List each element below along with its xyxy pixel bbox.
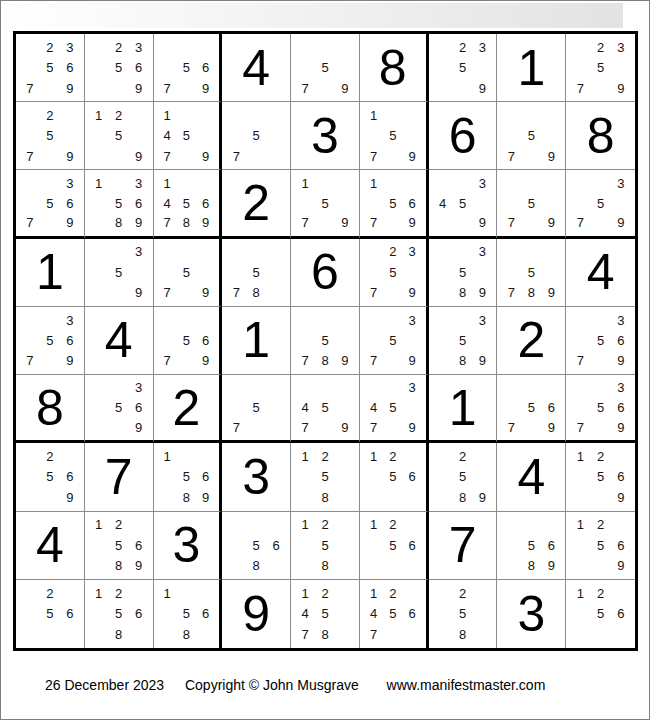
candidate-empty [570, 310, 590, 330]
candidate-empty [20, 330, 40, 350]
candidate-1: 1 [570, 515, 590, 535]
candidate-empty [541, 193, 561, 213]
cell-r7c4: 3 [222, 443, 291, 511]
candidate-empty [335, 446, 355, 466]
candidate-empty [246, 418, 266, 438]
given-digit: 7 [429, 512, 497, 579]
candidate-5: 5 [177, 604, 196, 625]
candidate-9: 9 [129, 282, 149, 302]
candidate-9: 9 [541, 418, 561, 438]
footer-date: 26 December 2023 [45, 677, 164, 693]
cell-r4c6: 23579 [360, 239, 429, 307]
given-digit: 3 [291, 102, 359, 169]
candidate-6: 6 [611, 398, 631, 418]
candidate-6: 6 [129, 193, 149, 213]
candidate-empty [473, 57, 493, 77]
cell-r1c9: 23579 [566, 34, 635, 102]
cell-r6c6: 34579 [360, 375, 429, 443]
candidate-8: 8 [521, 282, 541, 302]
candidate-8: 8 [315, 624, 335, 645]
candidate-empty [433, 604, 453, 625]
candidate-empty [521, 418, 541, 438]
candidate-9: 9 [196, 487, 215, 507]
candidate-empty [433, 173, 453, 193]
candidate-9: 9 [611, 351, 631, 371]
candidate-7: 7 [501, 282, 521, 302]
candidate-7: 7 [20, 146, 40, 166]
candidate-empty [473, 467, 493, 487]
candidate-empty [570, 398, 590, 418]
candidate-empty [196, 126, 215, 146]
candidate-empty [570, 467, 590, 487]
cell-r5c7: 3589 [429, 307, 498, 375]
candidate-empty [20, 126, 40, 146]
candidate-empty [501, 193, 521, 213]
candidate-empty [433, 310, 453, 330]
candidate-8: 8 [177, 213, 196, 233]
given-digit: 4 [566, 239, 635, 306]
candidate-empty [177, 37, 196, 57]
candidate-empty [611, 583, 631, 604]
candidate-empty [402, 173, 421, 193]
candidate-5: 5 [383, 604, 402, 625]
cell-r2c1: 2579 [16, 102, 85, 170]
candidate-7: 7 [226, 418, 246, 438]
candidate-empty [109, 378, 129, 398]
candidate-empty [433, 446, 453, 466]
candidate-empty [570, 555, 590, 575]
candidate-empty [89, 242, 109, 262]
footer-copyright: Copyright © John Musgrave [185, 677, 359, 693]
candidate-2: 2 [40, 583, 60, 604]
candidate-empty [590, 487, 610, 507]
cell-r7c3: 15689 [154, 443, 223, 511]
candidate-7: 7 [20, 351, 40, 371]
candidate-empty [611, 624, 631, 645]
candidate-9: 9 [402, 351, 421, 371]
cell-r1c4: 4 [222, 34, 291, 102]
candidate-6: 6 [541, 398, 561, 418]
candidate-empty [521, 213, 541, 233]
candidate-grid: 124578 [291, 580, 359, 648]
candidate-empty [433, 262, 453, 282]
candidate-empty [266, 378, 286, 398]
candidate-empty [364, 487, 383, 507]
candidate-6: 6 [129, 535, 149, 555]
candidate-5: 5 [40, 126, 60, 146]
candidate-6: 6 [611, 535, 631, 555]
candidate-9: 9 [335, 213, 355, 233]
candidate-5: 5 [383, 467, 402, 487]
candidate-9: 9 [60, 146, 80, 166]
candidate-5: 5 [383, 126, 402, 146]
candidate-9: 9 [196, 146, 215, 166]
candidate-empty [433, 242, 453, 262]
candidate-empty [453, 173, 473, 193]
candidate-empty [402, 446, 421, 466]
cell-r1c3: 5679 [154, 34, 223, 102]
candidate-grid: 14579 [154, 102, 220, 169]
candidate-empty [570, 37, 590, 57]
given-digit: 2 [222, 170, 290, 235]
candidate-5: 5 [315, 604, 335, 625]
candidate-9: 9 [60, 78, 80, 98]
candidate-3: 3 [402, 242, 421, 262]
candidate-5: 5 [521, 126, 541, 146]
candidate-grid: 1456789 [154, 170, 220, 235]
candidate-9: 9 [473, 78, 493, 98]
candidate-empty [89, 146, 109, 166]
candidate-empty [335, 487, 355, 507]
candidate-6: 6 [196, 193, 215, 213]
candidate-7: 7 [570, 213, 590, 233]
given-digit: 4 [16, 512, 84, 579]
candidate-grid: 5789 [497, 239, 565, 306]
cell-r7c7: 2589 [429, 443, 498, 511]
candidate-empty [570, 57, 590, 77]
footer-website: www.manifestmaster.com [387, 677, 546, 693]
candidate-empty [501, 555, 521, 575]
cell-r1c1: 235679 [16, 34, 85, 102]
candidate-2: 2 [315, 515, 335, 535]
candidate-grid: 2359 [429, 34, 497, 101]
candidate-5: 5 [521, 262, 541, 282]
candidate-empty [109, 173, 129, 193]
candidate-9: 9 [402, 213, 421, 233]
cell-r2c9: 8 [566, 102, 635, 170]
candidate-empty [89, 126, 109, 146]
cell-r4c7: 3589 [429, 239, 498, 307]
candidate-empty [89, 418, 109, 438]
candidate-empty [590, 378, 610, 398]
candidate-empty [570, 535, 590, 555]
candidate-grid: 1256 [360, 512, 426, 579]
candidate-empty [40, 173, 60, 193]
candidate-empty [89, 535, 109, 555]
candidate-empty [335, 583, 355, 604]
candidate-empty [89, 604, 109, 625]
candidate-6: 6 [196, 467, 215, 487]
candidate-7: 7 [295, 78, 315, 98]
candidate-5: 5 [246, 535, 266, 555]
candidate-empty [335, 193, 355, 213]
candidate-1: 1 [89, 515, 109, 535]
candidate-8: 8 [315, 487, 335, 507]
candidate-1: 1 [295, 515, 315, 535]
candidate-grid: 1258 [291, 512, 359, 579]
candidate-empty [541, 378, 561, 398]
candidate-4: 4 [295, 604, 315, 625]
candidate-empty [295, 57, 315, 77]
candidate-grid: 256 [16, 580, 84, 648]
candidate-grid: 15679 [360, 170, 426, 235]
candidate-2: 2 [109, 583, 129, 604]
candidate-6: 6 [402, 467, 421, 487]
candidate-1: 1 [364, 583, 383, 604]
candidate-3: 3 [611, 37, 631, 57]
cell-r9c8: 3 [497, 580, 566, 648]
candidate-empty [383, 105, 402, 125]
candidate-3: 3 [129, 378, 149, 398]
candidate-7: 7 [501, 213, 521, 233]
candidate-grid: 12568 [85, 580, 153, 648]
candidate-empty [177, 173, 196, 193]
candidate-9: 9 [541, 555, 561, 575]
given-digit: 1 [222, 307, 290, 374]
candidate-empty [473, 193, 493, 213]
candidate-empty [295, 330, 315, 350]
cell-r7c8: 4 [497, 443, 566, 511]
candidate-grid: 1256 [566, 580, 635, 648]
candidate-empty [129, 262, 149, 282]
candidate-empty [590, 173, 610, 193]
cell-r6c9: 35679 [566, 375, 635, 443]
cell-r8c6: 1256 [360, 512, 429, 580]
candidate-empty [402, 624, 421, 645]
candidate-2: 2 [315, 446, 335, 466]
candidate-2: 2 [40, 37, 60, 57]
candidate-empty [335, 378, 355, 398]
given-digit: 2 [497, 307, 565, 374]
candidate-1: 1 [364, 515, 383, 535]
candidate-empty [541, 515, 561, 535]
cell-r5c9: 35679 [566, 307, 635, 375]
candidate-6: 6 [266, 535, 286, 555]
candidate-empty [541, 173, 561, 193]
cell-r9c9: 1256 [566, 580, 635, 648]
candidate-grid: 3579 [566, 170, 635, 235]
candidate-grid: 2579 [16, 102, 84, 169]
given-digit: 6 [291, 239, 359, 306]
candidate-empty [109, 146, 129, 166]
cell-r2c2: 1259 [85, 102, 154, 170]
candidate-empty [20, 583, 40, 604]
cell-r6c8: 5679 [497, 375, 566, 443]
candidate-empty [196, 37, 215, 57]
cell-r4c4: 578 [222, 239, 291, 307]
candidate-8: 8 [177, 487, 196, 507]
candidate-empty [501, 262, 521, 282]
cell-r2c5: 3 [291, 102, 360, 170]
candidate-5: 5 [177, 262, 196, 282]
candidate-empty [20, 487, 40, 507]
candidate-7: 7 [158, 78, 177, 98]
candidate-empty [89, 57, 109, 77]
candidate-empty [521, 242, 541, 262]
candidate-empty [383, 351, 402, 371]
candidate-empty [177, 583, 196, 604]
cell-r6c1: 8 [16, 375, 85, 443]
candidate-empty [158, 330, 177, 350]
candidate-3: 3 [611, 310, 631, 330]
candidate-empty [20, 193, 40, 213]
candidate-4: 4 [364, 398, 383, 418]
cell-r9c6: 124567 [360, 580, 429, 648]
candidate-empty [335, 173, 355, 193]
candidate-2: 2 [109, 515, 129, 535]
candidate-empty [196, 262, 215, 282]
candidate-empty [158, 57, 177, 77]
candidate-empty [570, 173, 590, 193]
given-digit: 6 [429, 102, 497, 169]
candidate-empty [383, 146, 402, 166]
cell-r6c5: 4579 [291, 375, 360, 443]
candidate-5: 5 [590, 193, 610, 213]
candidate-7: 7 [158, 213, 177, 233]
candidate-empty [295, 467, 315, 487]
candidate-empty [501, 515, 521, 535]
candidate-empty [196, 310, 215, 330]
candidate-5: 5 [40, 467, 60, 487]
candidate-empty [196, 173, 215, 193]
cell-r1c7: 2359 [429, 34, 498, 102]
candidate-5: 5 [453, 467, 473, 487]
candidate-3: 3 [60, 37, 80, 57]
cell-r8c5: 1258 [291, 512, 360, 580]
candidate-7: 7 [364, 624, 383, 645]
candidate-1: 1 [158, 583, 177, 604]
candidate-3: 3 [402, 310, 421, 330]
given-digit: 1 [16, 239, 84, 306]
candidate-5: 5 [315, 330, 335, 350]
candidate-8: 8 [453, 282, 473, 302]
cell-r1c8: 1 [497, 34, 566, 102]
candidate-empty [433, 57, 453, 77]
candidate-2: 2 [40, 446, 60, 466]
candidate-grid: 12569 [566, 443, 635, 510]
candidate-empty [158, 467, 177, 487]
candidate-empty [315, 310, 335, 330]
candidate-5: 5 [315, 57, 335, 77]
candidate-9: 9 [60, 487, 80, 507]
candidate-empty [177, 146, 196, 166]
candidate-empty [473, 330, 493, 350]
candidate-3: 3 [611, 378, 631, 398]
cell-r9c1: 256 [16, 580, 85, 648]
given-digit: 1 [429, 375, 497, 440]
cell-r8c4: 568 [222, 512, 291, 580]
candidate-empty [266, 126, 286, 146]
candidate-6: 6 [60, 604, 80, 625]
cell-r2c6: 1579 [360, 102, 429, 170]
candidate-empty [611, 57, 631, 77]
candidate-5: 5 [40, 57, 60, 77]
candidate-5: 5 [590, 57, 610, 77]
candidate-empty [226, 378, 246, 398]
given-digit: 4 [497, 443, 565, 510]
candidate-empty [364, 378, 383, 398]
sudoku-board: 2356792356956794579823591235792579125914… [13, 31, 638, 651]
candidate-empty [40, 624, 60, 645]
candidate-empty [20, 37, 40, 57]
candidate-5: 5 [590, 398, 610, 418]
candidate-9: 9 [335, 351, 355, 371]
candidate-5: 5 [109, 126, 129, 146]
candidate-empty [501, 126, 521, 146]
cell-r6c2: 3569 [85, 375, 154, 443]
candidate-grid: 135689 [85, 170, 153, 235]
cell-r1c6: 8 [360, 34, 429, 102]
candidate-empty [196, 624, 215, 645]
candidate-empty [402, 555, 421, 575]
candidate-empty [501, 173, 521, 193]
candidate-8: 8 [453, 351, 473, 371]
candidate-6: 6 [129, 604, 149, 625]
candidate-7: 7 [364, 146, 383, 166]
candidate-9: 9 [129, 146, 149, 166]
candidate-1: 1 [158, 105, 177, 125]
cell-r8c8: 5689 [497, 512, 566, 580]
candidate-8: 8 [315, 351, 335, 371]
candidate-empty [541, 242, 561, 262]
candidate-empty [433, 330, 453, 350]
candidate-5: 5 [521, 193, 541, 213]
candidate-empty [335, 310, 355, 330]
candidate-7: 7 [20, 78, 40, 98]
candidate-empty [109, 282, 129, 302]
candidate-empty [590, 418, 610, 438]
candidate-3: 3 [60, 310, 80, 330]
candidate-2: 2 [453, 583, 473, 604]
candidate-empty [129, 515, 149, 535]
candidate-grid: 1259 [85, 102, 153, 169]
candidate-7: 7 [158, 351, 177, 371]
candidate-empty [541, 262, 561, 282]
candidate-empty [383, 624, 402, 645]
candidate-empty [109, 418, 129, 438]
candidate-2: 2 [383, 242, 402, 262]
candidate-9: 9 [129, 418, 149, 438]
candidate-4: 4 [295, 398, 315, 418]
candidate-5: 5 [590, 467, 610, 487]
candidate-empty [20, 57, 40, 77]
candidate-1: 1 [364, 173, 383, 193]
candidate-empty [335, 535, 355, 555]
candidate-grid: 3569 [85, 375, 153, 440]
cell-r2c7: 6 [429, 102, 498, 170]
candidate-empty [315, 418, 335, 438]
candidate-empty [266, 282, 286, 302]
candidate-empty [177, 78, 196, 98]
candidate-9: 9 [611, 213, 631, 233]
candidate-2: 2 [40, 105, 60, 125]
candidate-5: 5 [109, 398, 129, 418]
cell-r5c4: 1 [222, 307, 291, 375]
candidate-9: 9 [335, 418, 355, 438]
candidate-1: 1 [89, 105, 109, 125]
candidate-empty [521, 173, 541, 193]
candidate-empty [266, 515, 286, 535]
candidate-empty [266, 242, 286, 262]
cell-r8c9: 12569 [566, 512, 635, 580]
cell-r6c3: 2 [154, 375, 223, 443]
candidate-empty [570, 193, 590, 213]
candidate-grid: 579 [497, 170, 565, 235]
given-digit: 3 [497, 580, 565, 648]
candidate-3: 3 [129, 173, 149, 193]
candidate-9: 9 [541, 213, 561, 233]
candidate-5: 5 [521, 398, 541, 418]
given-digit: 8 [16, 375, 84, 440]
candidate-1: 1 [158, 446, 177, 466]
candidate-empty [402, 262, 421, 282]
candidate-9: 9 [129, 213, 149, 233]
candidate-empty [89, 193, 109, 213]
candidate-empty [20, 604, 40, 625]
cell-r9c7: 258 [429, 580, 498, 648]
candidate-empty [541, 126, 561, 146]
candidate-9: 9 [60, 213, 80, 233]
